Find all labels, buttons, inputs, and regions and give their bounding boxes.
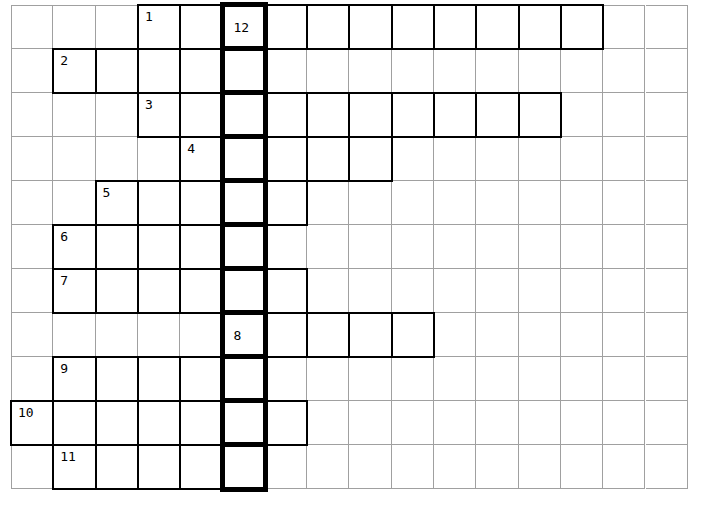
grid-cell (307, 225, 349, 269)
grid-cell (307, 181, 349, 225)
grid-cell (265, 445, 307, 489)
grid-cell (646, 445, 688, 489)
grid-cell (96, 93, 138, 137)
cell-number: 11 (60, 450, 76, 463)
grid-cell (476, 49, 518, 93)
grid-cell (646, 357, 688, 401)
cell-separator (433, 4, 435, 50)
cell-separator (348, 136, 350, 182)
grid-cell (138, 313, 180, 357)
cell-separator (95, 48, 97, 94)
cell-separator (179, 400, 181, 446)
cell-separator (137, 48, 139, 94)
grid-cell (180, 313, 222, 357)
grid-cell (561, 49, 603, 93)
grid-cell (392, 225, 434, 269)
vertical-word-cell[interactable] (220, 222, 268, 272)
grid-cell (434, 137, 476, 181)
cell-separator (179, 356, 181, 402)
grid-cell (434, 357, 476, 401)
grid-cell (392, 357, 434, 401)
cell-separator (391, 312, 393, 358)
grid-cell (434, 225, 476, 269)
vertical-word-cell[interactable] (220, 266, 268, 316)
grid-cell (519, 49, 561, 93)
grid-cell (519, 357, 561, 401)
grid-cell (434, 49, 476, 93)
cell-separator (137, 180, 139, 226)
grid-cell (519, 313, 561, 357)
grid-cell (11, 93, 53, 137)
grid-cell (646, 137, 688, 181)
grid-cell (561, 313, 603, 357)
grid-cell (307, 445, 349, 489)
grid-cell (646, 313, 688, 357)
cell-separator (518, 92, 520, 138)
grid-cell (561, 357, 603, 401)
grid-cell (53, 137, 95, 181)
cell-separator (179, 224, 181, 270)
grid-cell (561, 137, 603, 181)
cell-separator (179, 48, 181, 94)
vertical-word-cell[interactable] (220, 134, 268, 184)
cell-separator (348, 312, 350, 358)
grid-cell (11, 357, 53, 401)
cell-separator (391, 92, 393, 138)
cell-separator (560, 4, 562, 50)
crossword-board: 112234567891011 (0, 0, 702, 505)
grid-cell (265, 225, 307, 269)
cell-separator (518, 4, 520, 50)
grid-cell (519, 445, 561, 489)
grid-cell (476, 313, 518, 357)
grid-cell (646, 181, 688, 225)
grid-cell (138, 137, 180, 181)
grid-cell (349, 269, 391, 313)
vertical-word-cell[interactable] (220, 310, 268, 360)
across-word-box (52, 268, 308, 314)
grid-cell (476, 137, 518, 181)
grid-cell (96, 313, 138, 357)
cell-separator (475, 92, 477, 138)
grid-cell (519, 137, 561, 181)
grid-cell (603, 93, 645, 137)
grid-cell (11, 137, 53, 181)
grid-cell (307, 269, 349, 313)
cell-number: 9 (60, 362, 68, 375)
cell-separator (137, 400, 139, 446)
cell-separator (306, 136, 308, 182)
grid-cell (392, 137, 434, 181)
grid-cell (603, 225, 645, 269)
cell-separator (137, 444, 139, 490)
grid-cell (603, 445, 645, 489)
grid-cell (519, 269, 561, 313)
cell-separator (306, 4, 308, 50)
grid-cell (349, 225, 391, 269)
cell-separator (179, 92, 181, 138)
grid-cell (519, 401, 561, 445)
vertical-word-cell[interactable] (220, 354, 268, 404)
grid-cell (53, 313, 95, 357)
vertical-word-cell[interactable] (220, 442, 268, 492)
grid-cell (646, 5, 688, 49)
grid-cell (307, 357, 349, 401)
cell-separator (348, 4, 350, 50)
cell-number: 7 (60, 274, 68, 287)
grid-cell (349, 401, 391, 445)
grid-cell (11, 269, 53, 313)
cell-separator (391, 4, 393, 50)
grid-cell (476, 181, 518, 225)
cell-number: 12 (234, 21, 250, 34)
grid-cell (434, 269, 476, 313)
grid-cell (476, 225, 518, 269)
cell-separator (137, 268, 139, 314)
grid-cell (561, 93, 603, 137)
grid-cell (392, 49, 434, 93)
grid-cell (561, 445, 603, 489)
grid-cell (646, 49, 688, 93)
cell-number: 1 (145, 10, 153, 23)
grid-cell (11, 445, 53, 489)
grid-cell (646, 269, 688, 313)
cell-number: 6 (60, 230, 68, 243)
cell-separator (306, 92, 308, 138)
grid-cell (53, 5, 95, 49)
grid-cell (349, 181, 391, 225)
cell-separator (95, 400, 97, 446)
cell-separator (179, 268, 181, 314)
grid-cell (476, 445, 518, 489)
grid-cell (603, 269, 645, 313)
grid-cell (646, 93, 688, 137)
cell-separator (137, 356, 139, 402)
grid-cell (603, 181, 645, 225)
grid-cell (96, 137, 138, 181)
across-word-box (95, 180, 309, 226)
cell-separator (348, 92, 350, 138)
grid-cell (519, 225, 561, 269)
grid-cell (349, 445, 391, 489)
grid-cell (392, 401, 434, 445)
grid-cell (11, 225, 53, 269)
vertical-word-cell[interactable] (220, 90, 268, 140)
cell-number: 5 (103, 186, 111, 199)
cell-separator (137, 224, 139, 270)
cell-separator (433, 92, 435, 138)
grid-cell (603, 401, 645, 445)
grid-cell (561, 225, 603, 269)
cell-separator (475, 4, 477, 50)
grid-cell (646, 401, 688, 445)
grid-cell (11, 181, 53, 225)
grid-cell (349, 357, 391, 401)
grid-cell (11, 49, 53, 93)
cell-separator (95, 356, 97, 402)
cell-number: 10 (18, 406, 34, 419)
across-word-box (137, 92, 562, 138)
grid-cell (519, 181, 561, 225)
grid-cell (434, 445, 476, 489)
grid-cell (434, 401, 476, 445)
cell-separator (95, 224, 97, 270)
grid-cell (392, 181, 434, 225)
cell-separator (95, 444, 97, 490)
across-word-box (179, 136, 393, 182)
grid-cell (434, 181, 476, 225)
cell-separator (179, 4, 181, 50)
vertical-word-cell[interactable] (220, 398, 268, 448)
across-word-box (137, 4, 604, 50)
grid-cell (349, 49, 391, 93)
grid-cell (603, 137, 645, 181)
grid-cell (53, 181, 95, 225)
grid-cell (53, 93, 95, 137)
grid-cell (392, 445, 434, 489)
grid-cell (476, 357, 518, 401)
grid-cell (476, 269, 518, 313)
grid-cell (476, 401, 518, 445)
grid-cell (603, 49, 645, 93)
grid-cell (646, 225, 688, 269)
cell-separator (179, 444, 181, 490)
cell-number: 4 (187, 142, 195, 155)
grid-cell (11, 313, 53, 357)
grid-cell (265, 49, 307, 93)
cell-separator (52, 400, 54, 446)
cell-number: 8 (234, 329, 242, 342)
grid-cell (265, 357, 307, 401)
vertical-word-cell[interactable] (220, 46, 268, 96)
grid-cell (96, 5, 138, 49)
grid-cell (603, 357, 645, 401)
grid-cell (603, 313, 645, 357)
cell-separator (95, 268, 97, 314)
cell-number: 3 (145, 98, 153, 111)
grid-cell (307, 49, 349, 93)
cell-separator (179, 180, 181, 226)
vertical-word-cell[interactable] (220, 178, 268, 228)
cell-number: 2 (60, 54, 68, 67)
grid-cell (561, 401, 603, 445)
grid-cell (392, 269, 434, 313)
grid-cell (603, 5, 645, 49)
grid-cell (11, 5, 53, 49)
cell-separator (306, 312, 308, 358)
grid-cell (307, 401, 349, 445)
grid-cell (434, 313, 476, 357)
grid-cell (561, 269, 603, 313)
grid-cell (561, 181, 603, 225)
